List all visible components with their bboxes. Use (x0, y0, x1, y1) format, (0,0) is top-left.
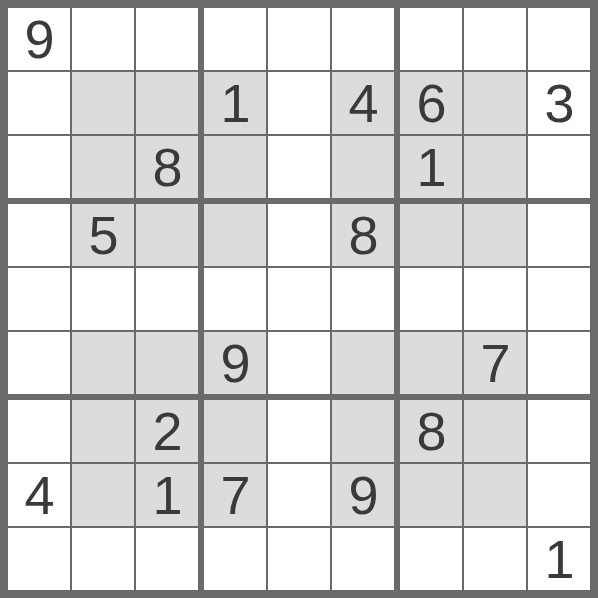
sudoku-cell-r2c7[interactable]: 6 (400, 72, 462, 134)
sudoku-cell-r4c6[interactable]: 8 (332, 204, 394, 266)
sudoku-cell-r4c9[interactable] (528, 204, 590, 266)
sudoku-cell-r5c6[interactable] (332, 268, 394, 330)
sudoku-cell-r6c9[interactable] (528, 332, 590, 394)
sudoku-cell-r8c2[interactable] (72, 464, 134, 526)
sudoku-cell-r6c5[interactable] (268, 332, 330, 394)
sudoku-cell-r9c6[interactable] (332, 528, 394, 590)
given-digit: 8 (152, 140, 181, 194)
given-digit: 7 (220, 468, 249, 522)
sudoku-cell-r7c2[interactable] (72, 400, 134, 462)
sudoku-cell-r8c1[interactable]: 4 (8, 464, 70, 526)
sudoku-board: 914638158972841791 (0, 0, 598, 598)
sudoku-cell-r1c6[interactable] (332, 8, 394, 70)
given-digit: 4 (348, 76, 377, 130)
sudoku-cell-r4c2[interactable]: 5 (72, 204, 134, 266)
sudoku-cell-r3c8[interactable] (464, 136, 526, 198)
given-digit: 8 (348, 208, 377, 262)
sudoku-cell-r1c1[interactable]: 9 (8, 8, 70, 70)
sudoku-cell-r8c8[interactable] (464, 464, 526, 526)
given-digit: 9 (24, 12, 53, 66)
given-digit: 8 (416, 404, 445, 458)
sudoku-cell-r6c1[interactable] (8, 332, 70, 394)
sudoku-cell-r9c2[interactable] (72, 528, 134, 590)
sudoku-cell-r5c2[interactable] (72, 268, 134, 330)
sudoku-cell-r3c9[interactable] (528, 136, 590, 198)
sudoku-cell-r2c4[interactable]: 1 (204, 72, 266, 134)
sudoku-cell-r7c3[interactable]: 2 (136, 400, 198, 462)
sudoku-cell-r4c1[interactable] (8, 204, 70, 266)
sudoku-cell-r2c9[interactable]: 3 (528, 72, 590, 134)
sudoku-cell-r9c9[interactable]: 1 (528, 528, 590, 590)
sudoku-cell-r6c2[interactable] (72, 332, 134, 394)
sudoku-cell-r6c3[interactable] (136, 332, 198, 394)
sudoku-cell-r2c3[interactable] (136, 72, 198, 134)
sudoku-cell-r7c4[interactable] (204, 400, 266, 462)
sudoku-cell-r2c5[interactable] (268, 72, 330, 134)
sudoku-cell-r3c6[interactable] (332, 136, 394, 198)
sudoku-cell-r8c4[interactable]: 7 (204, 464, 266, 526)
sudoku-cell-r3c7[interactable]: 1 (400, 136, 462, 198)
sudoku-cell-r2c2[interactable] (72, 72, 134, 134)
sudoku-cell-r6c6[interactable] (332, 332, 394, 394)
given-digit: 7 (480, 336, 509, 390)
sudoku-cell-r1c2[interactable] (72, 8, 134, 70)
sudoku-cell-r4c7[interactable] (400, 204, 462, 266)
given-digit: 1 (220, 76, 249, 130)
sudoku-cell-r8c3[interactable]: 1 (136, 464, 198, 526)
sudoku-cell-r3c4[interactable] (204, 136, 266, 198)
sudoku-cell-r9c3[interactable] (136, 528, 198, 590)
sudoku-cell-r8c7[interactable] (400, 464, 462, 526)
given-digit: 1 (152, 468, 181, 522)
sudoku-cell-r5c8[interactable] (464, 268, 526, 330)
sudoku-cell-r8c9[interactable] (528, 464, 590, 526)
sudoku-cell-r8c5[interactable] (268, 464, 330, 526)
sudoku-cell-r9c7[interactable] (400, 528, 462, 590)
sudoku-cell-r7c1[interactable] (8, 400, 70, 462)
sudoku-cell-r7c8[interactable] (464, 400, 526, 462)
sudoku-cell-r5c3[interactable] (136, 268, 198, 330)
given-digit: 2 (152, 404, 181, 458)
sudoku-cell-r7c9[interactable] (528, 400, 590, 462)
sudoku-cell-r1c9[interactable] (528, 8, 590, 70)
sudoku-cell-r7c7[interactable]: 8 (400, 400, 462, 462)
sudoku-cell-r1c8[interactable] (464, 8, 526, 70)
sudoku-cell-r3c1[interactable] (8, 136, 70, 198)
sudoku-cell-r4c8[interactable] (464, 204, 526, 266)
sudoku-cell-r6c8[interactable]: 7 (464, 332, 526, 394)
sudoku-cell-r6c7[interactable] (400, 332, 462, 394)
sudoku-cell-r7c6[interactable] (332, 400, 394, 462)
sudoku-cell-r5c9[interactable] (528, 268, 590, 330)
given-digit: 9 (348, 468, 377, 522)
sudoku-cell-r3c3[interactable]: 8 (136, 136, 198, 198)
sudoku-cell-r1c7[interactable] (400, 8, 462, 70)
sudoku-cell-r2c1[interactable] (8, 72, 70, 134)
given-digit: 9 (220, 336, 249, 390)
sudoku-cell-r5c7[interactable] (400, 268, 462, 330)
given-digit: 3 (544, 76, 573, 130)
given-digit: 1 (416, 140, 445, 194)
given-digit: 6 (416, 76, 445, 130)
given-digit: 5 (88, 208, 117, 262)
sudoku-cell-r2c6[interactable]: 4 (332, 72, 394, 134)
sudoku-cell-r9c5[interactable] (268, 528, 330, 590)
sudoku-cell-r9c8[interactable] (464, 528, 526, 590)
sudoku-cell-r4c3[interactable] (136, 204, 198, 266)
sudoku-cell-r5c5[interactable] (268, 268, 330, 330)
sudoku-cell-r1c4[interactable] (204, 8, 266, 70)
sudoku-cell-r1c5[interactable] (268, 8, 330, 70)
sudoku-cell-r1c3[interactable] (136, 8, 198, 70)
sudoku-cell-r2c8[interactable] (464, 72, 526, 134)
given-digit: 4 (24, 468, 53, 522)
sudoku-cell-r4c4[interactable] (204, 204, 266, 266)
sudoku-cell-r9c1[interactable] (8, 528, 70, 590)
sudoku-cell-r5c1[interactable] (8, 268, 70, 330)
sudoku-cell-r3c5[interactable] (268, 136, 330, 198)
sudoku-cell-r6c4[interactable]: 9 (204, 332, 266, 394)
sudoku-cell-r4c5[interactable] (268, 204, 330, 266)
sudoku-cell-r9c4[interactable] (204, 528, 266, 590)
sudoku-cell-r3c2[interactable] (72, 136, 134, 198)
sudoku-cell-r8c6[interactable]: 9 (332, 464, 394, 526)
sudoku-cell-r7c5[interactable] (268, 400, 330, 462)
sudoku-cell-r5c4[interactable] (204, 268, 266, 330)
given-digit: 1 (544, 532, 573, 586)
